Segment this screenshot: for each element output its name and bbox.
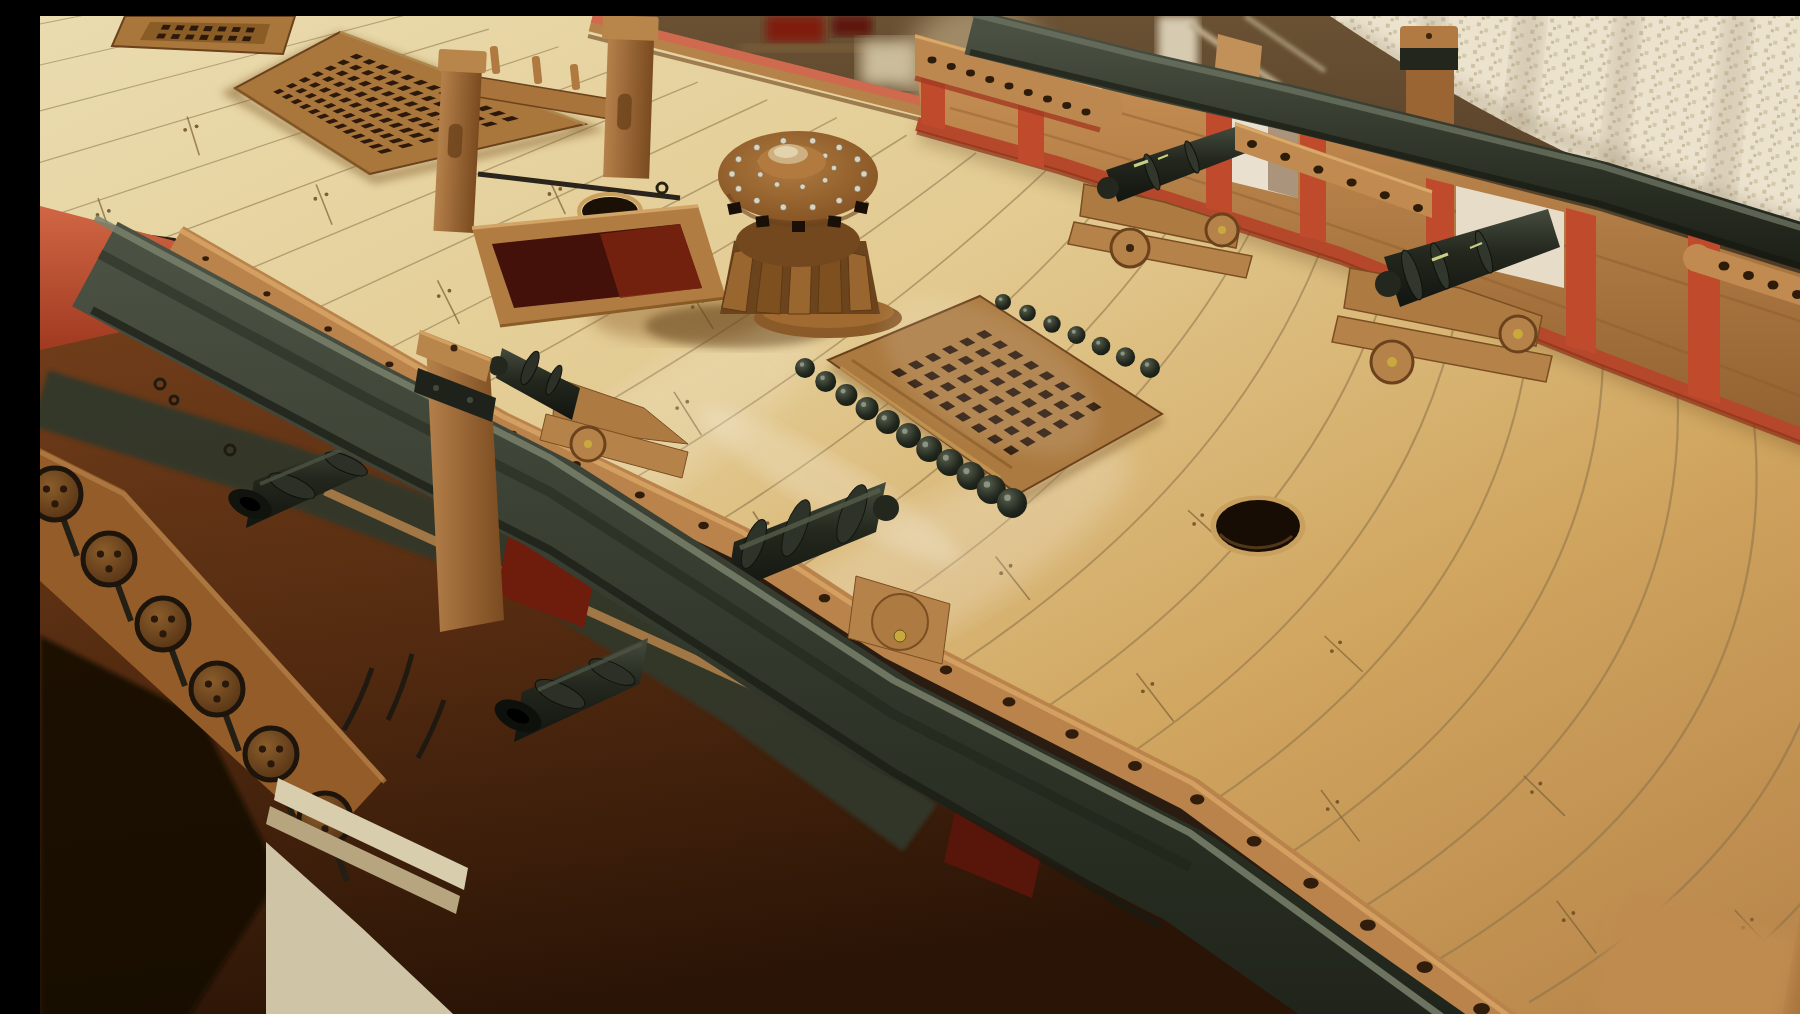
- capstan-stud: [800, 184, 806, 190]
- shot-glint: [1120, 351, 1124, 355]
- pin-hole: [385, 361, 393, 367]
- pin-hole: [1719, 262, 1730, 271]
- deadeye-hole: [105, 565, 112, 572]
- pin-hole: [966, 70, 975, 77]
- round-shot: [1092, 337, 1111, 356]
- pin-hole: [698, 522, 708, 530]
- treenail: [437, 294, 441, 298]
- capstan-top-glint: [774, 146, 798, 158]
- treenail: [107, 209, 111, 213]
- capstan-stud: [757, 172, 763, 178]
- capstan-stud: [861, 171, 867, 177]
- timberhead-iron-band: [1400, 48, 1458, 70]
- capstan-stud: [780, 204, 786, 210]
- treenail: [558, 187, 562, 191]
- treenail: [1538, 782, 1542, 786]
- capstan-stud: [809, 204, 815, 210]
- band-stud: [467, 397, 473, 403]
- round-shot: [876, 410, 900, 434]
- deadeye: [137, 598, 189, 650]
- round-shot: [997, 488, 1027, 518]
- shelf-red-object: [766, 16, 824, 42]
- round-shot: [1019, 305, 1036, 322]
- pin-hole: [985, 76, 994, 83]
- treenail: [195, 124, 199, 128]
- shot-glint: [1096, 341, 1100, 345]
- deadeye-hole: [222, 680, 229, 687]
- capstan-socket: [792, 221, 805, 232]
- shot-glint: [999, 297, 1003, 301]
- shot-glint: [1145, 362, 1149, 366]
- pin-hole: [1743, 271, 1754, 280]
- shot-glint: [861, 402, 866, 407]
- pin-hole: [202, 256, 209, 261]
- post-cap: [438, 49, 487, 73]
- shot-glint: [1023, 308, 1027, 312]
- pin-hole: [947, 63, 956, 70]
- pin-hole: [1413, 204, 1423, 212]
- capstan-stud: [735, 156, 741, 162]
- treenail: [1335, 800, 1339, 804]
- sheave-hole: [451, 345, 458, 352]
- deadeye-hole: [43, 485, 50, 492]
- capstan-socket: [827, 215, 841, 227]
- wheel-axle: [1218, 226, 1226, 234]
- pin-hole: [1360, 919, 1376, 930]
- pin-hole: [1003, 697, 1016, 706]
- pin-hole: [819, 594, 830, 602]
- pin-hole: [940, 665, 952, 674]
- treenail: [1150, 682, 1154, 686]
- treenail: [1562, 918, 1566, 922]
- pin-hole: [1768, 281, 1779, 290]
- deadeye: [191, 663, 243, 715]
- round-shot: [1140, 358, 1160, 378]
- carriage-bolt: [894, 630, 906, 642]
- deadeye-hole: [205, 680, 212, 687]
- capstan-stud: [836, 197, 842, 203]
- shot-glint: [902, 428, 908, 434]
- pin-hole: [1082, 109, 1091, 116]
- pale-jar: [860, 40, 918, 86]
- wheel-axle: [1513, 329, 1523, 339]
- deadeye-hole: [259, 745, 266, 752]
- pin-hole: [1247, 836, 1262, 847]
- treenail: [448, 289, 452, 293]
- deadeye-hole: [276, 745, 283, 752]
- round-shot: [795, 358, 815, 378]
- band-stud: [433, 385, 439, 391]
- treenail: [183, 128, 187, 132]
- pin-hole: [1303, 878, 1318, 889]
- model-ship-photo: [40, 16, 1800, 1014]
- sheave-hole: [1426, 33, 1432, 39]
- treenail: [1338, 640, 1342, 644]
- deadeye-hole: [168, 615, 175, 622]
- deadeye-hole: [51, 500, 58, 507]
- pin-hole: [1313, 166, 1323, 174]
- deadeye-hole: [151, 615, 158, 622]
- capstan-socket: [756, 215, 770, 227]
- pin-hole: [1128, 761, 1142, 771]
- capstan-stud: [754, 144, 760, 150]
- pin-hole: [928, 57, 937, 64]
- treenail: [1192, 522, 1196, 526]
- cascabel: [873, 495, 899, 521]
- red-frame: [1566, 208, 1596, 354]
- capstan-stud: [831, 165, 837, 171]
- round-shot: [856, 397, 879, 420]
- round-shot: [1068, 326, 1086, 344]
- shot-glint: [963, 468, 969, 474]
- treenail: [1330, 649, 1334, 653]
- capstan-stud: [822, 177, 828, 183]
- wheel-axle: [1387, 357, 1397, 367]
- pin-hole: [1190, 794, 1204, 804]
- shelf-red-object: [832, 16, 872, 36]
- shot-glint: [1047, 319, 1051, 323]
- wheel-axle: [1126, 244, 1134, 252]
- treenail: [547, 192, 551, 196]
- shot-glint: [943, 455, 949, 461]
- treenail: [1200, 513, 1204, 517]
- pin-hole: [1280, 153, 1290, 161]
- round-shot: [1116, 347, 1135, 366]
- treenail: [1326, 807, 1330, 811]
- deadeye: [40, 468, 81, 520]
- deadeye-hole: [114, 550, 121, 557]
- round-shot: [835, 384, 857, 406]
- deadeye-hole: [60, 485, 67, 492]
- capstan-stud: [774, 182, 780, 188]
- shot-glint: [922, 442, 928, 448]
- sheave-slot: [617, 94, 632, 130]
- pin-hole: [324, 326, 332, 331]
- round-shot: [995, 294, 1011, 310]
- deadeye-hole: [213, 695, 220, 702]
- deadeye: [83, 533, 135, 585]
- pinrail-board-end: [1683, 244, 1711, 272]
- pin-hole: [1043, 96, 1052, 103]
- deadeye-hole: [267, 760, 274, 767]
- pin-hole: [635, 491, 645, 498]
- shot-glint: [882, 415, 887, 420]
- capstan-stud: [854, 156, 860, 162]
- shot-glint: [1072, 330, 1076, 334]
- treenail: [1141, 689, 1145, 693]
- treenail: [1530, 790, 1534, 794]
- round-shot: [815, 371, 836, 392]
- shot-glint: [820, 376, 825, 381]
- pin-hole: [1347, 178, 1357, 186]
- deadeye-hole: [159, 630, 166, 637]
- capstan-stud: [729, 171, 735, 177]
- capstan-stud: [836, 144, 842, 150]
- post-cap: [602, 16, 659, 41]
- shot-glint: [841, 389, 846, 394]
- cascabel: [1375, 271, 1401, 297]
- pin-hole: [1380, 191, 1390, 199]
- pin-hole: [1417, 961, 1433, 973]
- pinrail-board-end: [1081, 86, 1123, 128]
- treenail: [313, 197, 317, 201]
- capstan-stud: [735, 186, 741, 192]
- capstan-stud: [780, 138, 786, 144]
- capstan-stud: [854, 186, 860, 192]
- pin-hole: [1247, 140, 1257, 148]
- pin-hole: [1065, 729, 1078, 739]
- deadeye: [245, 728, 297, 780]
- wheel-axle: [584, 440, 592, 448]
- shot-glint: [1004, 494, 1011, 501]
- treenail: [1750, 918, 1754, 922]
- shot-glint: [984, 481, 990, 487]
- hole-dark: [1216, 500, 1300, 552]
- capstan-stud: [754, 197, 760, 203]
- pin-hole: [1005, 83, 1014, 90]
- pin-hole: [263, 291, 270, 296]
- pin-hole: [1062, 102, 1071, 109]
- capstan-stud: [809, 138, 815, 144]
- mast-hole: [1213, 498, 1303, 554]
- treenail: [1571, 911, 1575, 915]
- round-shot: [1043, 315, 1060, 332]
- cascabel: [1097, 177, 1119, 199]
- deadeye-hole: [97, 550, 104, 557]
- photo: Wooden model ship deck with cannons: [40, 16, 1800, 1014]
- shot-glint: [800, 362, 804, 366]
- treenail: [325, 192, 329, 196]
- sheave-slot: [447, 124, 463, 159]
- pin-hole: [1024, 89, 1033, 96]
